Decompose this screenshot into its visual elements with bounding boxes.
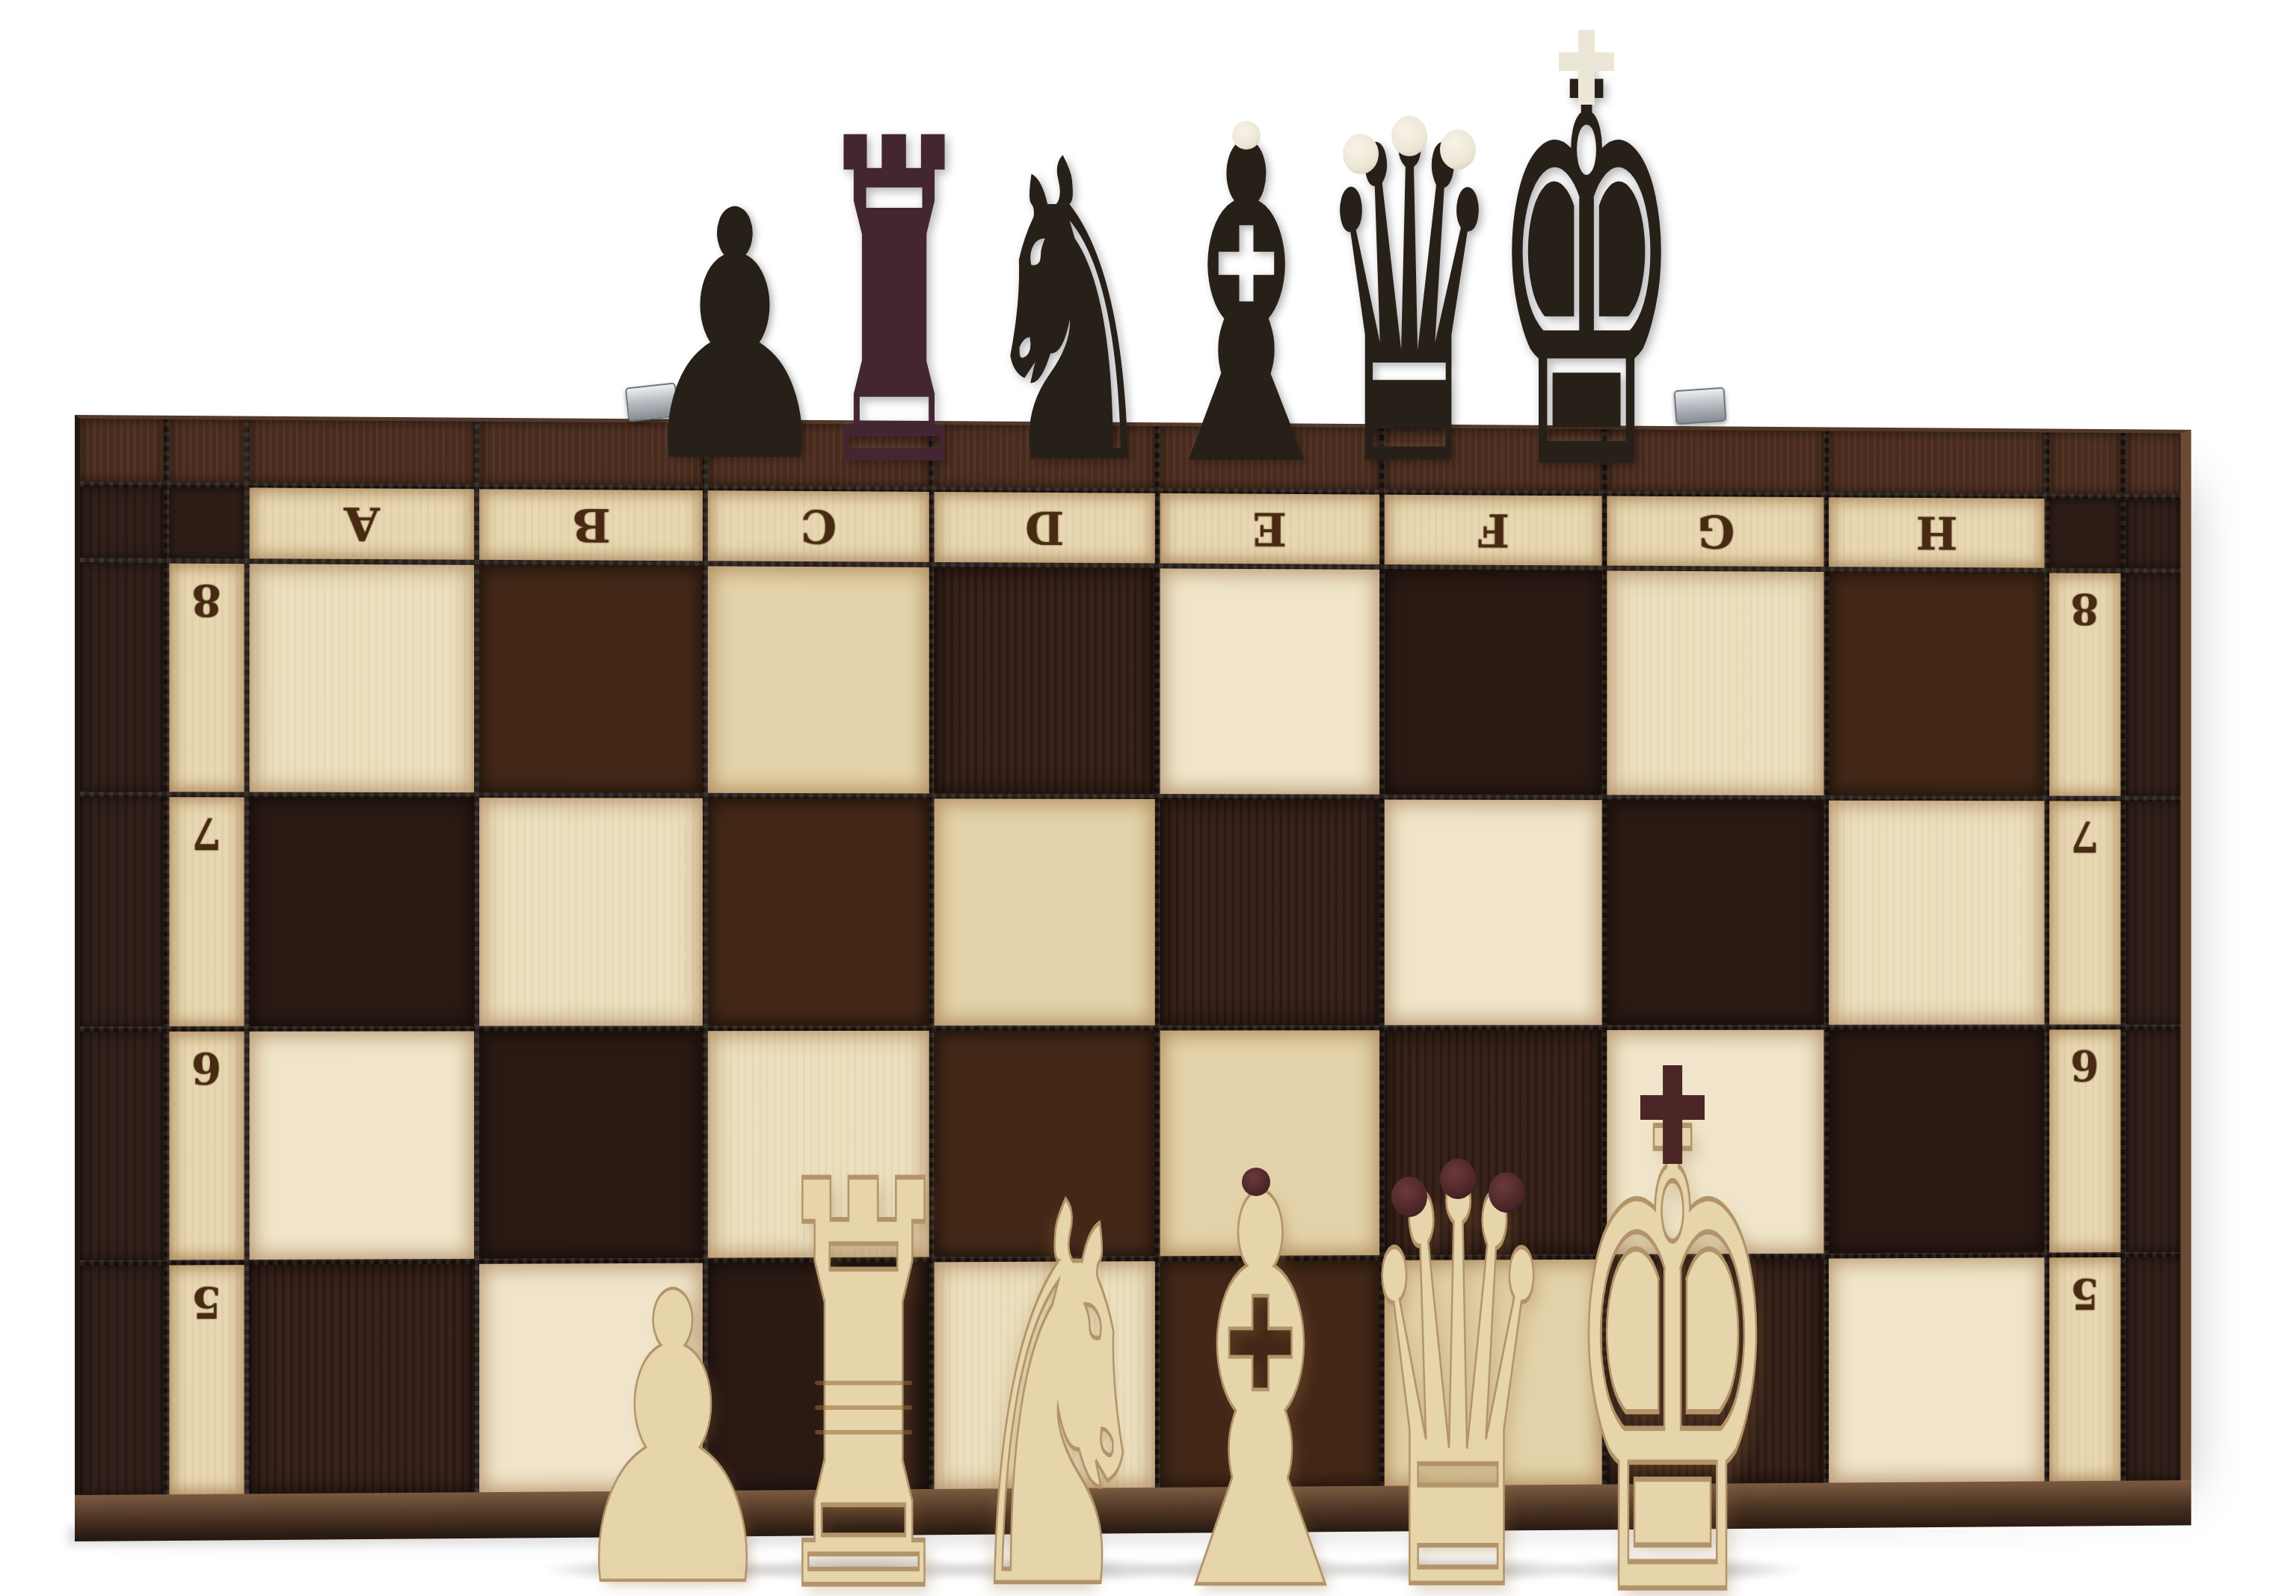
frame-left-segment <box>80 563 164 792</box>
queen-finial-cream-tufts <box>1338 116 1480 176</box>
square-c8 <box>708 566 930 794</box>
square-h7 <box>1829 801 2044 1025</box>
frame-right-segment <box>2126 499 2180 568</box>
square-h5 <box>1829 1258 2044 1483</box>
square-h6 <box>1829 1029 2044 1254</box>
king-finial-maroon-cross <box>1640 1065 1705 1164</box>
frame-right-segment <box>2126 1257 2180 1481</box>
corner-cell-right <box>2049 499 2121 567</box>
crown-tuft <box>1343 134 1379 174</box>
frame-right-segment <box>2126 573 2180 797</box>
rank-label-5-right: 5 <box>2049 1257 2121 1481</box>
file-label-a-text: A <box>345 496 381 551</box>
top-edge-segment <box>2126 433 2180 495</box>
rank-label-6-right: 6 <box>2049 1029 2121 1253</box>
square-a5 <box>250 1264 474 1494</box>
rank-label-5-left: 5 <box>169 1265 244 1494</box>
square-a6 <box>250 1031 474 1260</box>
crown-tuft <box>1440 1159 1476 1199</box>
file-label-b-text: B <box>572 498 611 552</box>
square-b8 <box>479 564 702 793</box>
square-c7 <box>708 798 930 1026</box>
corner-cell-left <box>169 487 244 558</box>
white-queen: ♛ <box>1338 1159 1578 1570</box>
rank-label-6-left-text: 6 <box>192 1043 222 1094</box>
rook-ring-grooves <box>815 1361 912 1455</box>
square-a7 <box>250 798 474 1026</box>
frame-left-segment <box>80 487 164 558</box>
frame-left-segment <box>80 1032 164 1261</box>
file-label-h: H <box>1829 498 2044 568</box>
square-e7 <box>1160 799 1379 1025</box>
square-d7 <box>935 799 1155 1026</box>
frame-right-segment <box>2126 801 2180 1024</box>
rank-label-8-right: 8 <box>2049 573 2121 796</box>
rank-label-8-left: 8 <box>169 563 244 792</box>
product-photo-stage: ABCDEFGH88776655 ♟♜♞♝♛♚♟♜♞♝♛♚ <box>0 0 2296 1596</box>
white-king: ♚ <box>1553 1065 1792 1570</box>
king-finial-cream-cross <box>1559 30 1614 105</box>
rank-label-7-left: 7 <box>169 797 244 1026</box>
bishop-finial-cream-pom <box>1232 121 1261 150</box>
rank-label-6-left: 6 <box>169 1032 244 1260</box>
top-edge-segment <box>1829 431 2044 493</box>
rank-label-5-right-text: 5 <box>2071 1269 2099 1318</box>
rank-label-5-left-text: 5 <box>192 1277 222 1328</box>
frame-right-segment <box>2126 1029 2180 1252</box>
crown-tuft <box>1391 116 1427 156</box>
file-label-a: A <box>250 488 474 560</box>
rank-label-7-left-text: 7 <box>192 809 222 860</box>
rank-label-6-right-text: 6 <box>2071 1041 2099 1090</box>
rank-label-7-right-text: 7 <box>2071 813 2099 862</box>
rank-label-7-right: 7 <box>2049 801 2121 1025</box>
frame-left-segment <box>80 797 164 1026</box>
top-edge-segment <box>2049 432 2121 494</box>
queen-finial-maroon-tufts <box>1387 1159 1529 1218</box>
square-d8 <box>935 567 1155 794</box>
square-f8 <box>1385 570 1602 795</box>
square-g8 <box>1607 570 1824 795</box>
bishop-finial-maroon-pom <box>1242 1168 1270 1196</box>
square-h8 <box>1829 572 2044 796</box>
top-edge-segment <box>80 419 164 482</box>
square-e8 <box>1160 568 1379 795</box>
crown-tuft <box>1391 1177 1427 1217</box>
square-a8 <box>250 564 474 793</box>
frame-left-segment <box>80 1266 164 1495</box>
top-edge-segment <box>250 420 474 484</box>
file-label-h-text: H <box>1916 506 1958 560</box>
top-edge-segment <box>169 419 244 483</box>
square-b7 <box>479 798 702 1026</box>
black-king: ♚ <box>1467 30 1706 449</box>
crown-tuft <box>1489 1172 1524 1213</box>
rank-label-8-right-text: 8 <box>2071 584 2099 633</box>
rank-label-8-left-text: 8 <box>192 575 222 626</box>
